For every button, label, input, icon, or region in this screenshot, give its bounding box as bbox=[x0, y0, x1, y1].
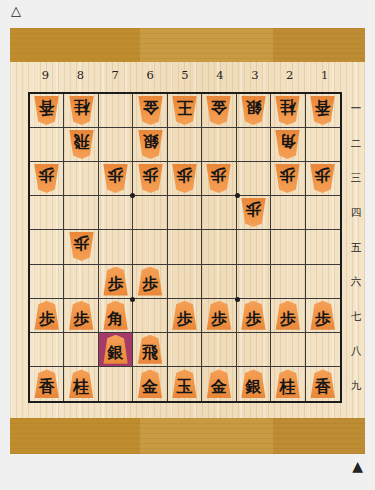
board-cell-7-2[interactable] bbox=[99, 128, 133, 162]
file-label-7: 7 bbox=[98, 68, 133, 82]
gote-gold[interactable]: 金 bbox=[137, 96, 164, 125]
board-cell-1-7[interactable]: 歩 bbox=[306, 299, 340, 333]
board-cell-3-4[interactable]: 歩 bbox=[237, 196, 271, 230]
sente-silver[interactable]: 銀 bbox=[102, 335, 129, 364]
board-cell-9-6[interactable] bbox=[30, 265, 64, 299]
gote-knight[interactable]: 桂 bbox=[68, 96, 95, 125]
gote-pawn[interactable]: 歩 bbox=[33, 164, 60, 193]
board-cell-5-5[interactable] bbox=[168, 230, 202, 264]
rank-labels: 一二三四五六七八九 bbox=[348, 92, 364, 403]
board-cell-8-6[interactable] bbox=[64, 265, 98, 299]
board-cell-8-8[interactable] bbox=[64, 333, 98, 367]
board-cell-2-2[interactable]: 角 bbox=[271, 128, 305, 162]
board-cell-9-9[interactable]: 香 bbox=[30, 367, 64, 401]
shogi-app: △ 987654321 香桂金王金銀桂香飛銀角歩歩歩歩歩歩歩歩歩歩歩歩歩角歩歩歩… bbox=[0, 0, 375, 490]
board-cell-2-3[interactable]: 歩 bbox=[271, 162, 305, 196]
board-cell-6-5[interactable] bbox=[133, 230, 167, 264]
board-cell-3-8[interactable] bbox=[237, 333, 271, 367]
board-cell-3-5[interactable] bbox=[237, 230, 271, 264]
board-cell-2-6[interactable] bbox=[271, 265, 305, 299]
sente-pawn[interactable]: 歩 bbox=[102, 267, 129, 296]
board-cell-3-7[interactable]: 歩 bbox=[237, 299, 271, 333]
sente-rook[interactable]: 飛 bbox=[137, 335, 164, 364]
board-cell-4-2[interactable] bbox=[202, 128, 236, 162]
file-label-4: 4 bbox=[202, 68, 237, 82]
board-cell-7-7[interactable]: 角 bbox=[99, 299, 133, 333]
rank-label-2: 二 bbox=[348, 127, 364, 162]
sente-pawn[interactable]: 歩 bbox=[274, 301, 301, 330]
board-cell-1-8[interactable] bbox=[306, 333, 340, 367]
board-cell-5-3[interactable]: 歩 bbox=[168, 162, 202, 196]
board-cell-2-1[interactable]: 桂 bbox=[271, 94, 305, 128]
sente-pawn[interactable]: 歩 bbox=[205, 301, 232, 330]
gote-pawn[interactable]: 歩 bbox=[137, 164, 164, 193]
file-label-6: 6 bbox=[133, 68, 168, 82]
sente-pawn[interactable]: 歩 bbox=[68, 301, 95, 330]
gote-lance[interactable]: 香 bbox=[33, 96, 60, 125]
file-label-3: 3 bbox=[237, 68, 272, 82]
gote-gold[interactable]: 金 bbox=[205, 96, 232, 125]
board-cell-8-9[interactable]: 桂 bbox=[64, 367, 98, 401]
sente-bishop[interactable]: 角 bbox=[102, 301, 129, 330]
board-cell-7-6[interactable]: 歩 bbox=[99, 265, 133, 299]
board-grid: 香桂金王金銀桂香飛銀角歩歩歩歩歩歩歩歩歩歩歩歩歩角歩歩歩歩歩銀飛香桂金玉金銀桂香 bbox=[28, 92, 342, 403]
gote-rook[interactable]: 飛 bbox=[68, 130, 95, 159]
board-cell-9-2[interactable] bbox=[30, 128, 64, 162]
sente-pawn[interactable]: 歩 bbox=[171, 301, 198, 330]
rank-label-8: 八 bbox=[348, 334, 364, 369]
board-cell-8-2[interactable]: 飛 bbox=[64, 128, 98, 162]
file-label-9: 9 bbox=[28, 68, 63, 82]
board-cell-7-8[interactable]: 銀 bbox=[99, 333, 133, 367]
rank-label-1: 一 bbox=[348, 92, 364, 127]
board-cell-5-7[interactable]: 歩 bbox=[168, 299, 202, 333]
board-cell-6-8[interactable]: 飛 bbox=[133, 333, 167, 367]
gote-king[interactable]: 王 bbox=[171, 96, 198, 125]
gote-bishop[interactable]: 角 bbox=[274, 130, 301, 159]
board-cell-1-9[interactable]: 香 bbox=[306, 367, 340, 401]
board-cell-5-4[interactable] bbox=[168, 196, 202, 230]
board-cell-6-9[interactable]: 金 bbox=[133, 367, 167, 401]
board-cell-6-7[interactable] bbox=[133, 299, 167, 333]
star-point bbox=[130, 297, 135, 302]
board-cell-5-6[interactable] bbox=[168, 265, 202, 299]
board-cell-1-4[interactable] bbox=[306, 196, 340, 230]
gote-pawn[interactable]: 歩 bbox=[309, 164, 336, 193]
gote-turn-icon: △ bbox=[11, 4, 21, 17]
board-cell-2-8[interactable] bbox=[271, 333, 305, 367]
gote-pawn[interactable]: 歩 bbox=[274, 164, 301, 193]
board-cell-4-3[interactable]: 歩 bbox=[202, 162, 236, 196]
board-cell-1-5[interactable] bbox=[306, 230, 340, 264]
gote-silver[interactable]: 銀 bbox=[240, 96, 267, 125]
board-cell-9-3[interactable]: 歩 bbox=[30, 162, 64, 196]
board-cell-3-2[interactable] bbox=[237, 128, 271, 162]
board-cell-3-6[interactable] bbox=[237, 265, 271, 299]
board-cell-4-9[interactable]: 金 bbox=[202, 367, 236, 401]
board-cell-1-1[interactable]: 香 bbox=[306, 94, 340, 128]
file-labels: 987654321 bbox=[28, 68, 342, 82]
board-cell-3-1[interactable]: 銀 bbox=[237, 94, 271, 128]
sente-king[interactable]: 玉 bbox=[171, 369, 198, 398]
board-cell-1-2[interactable] bbox=[306, 128, 340, 162]
board-cell-6-1[interactable]: 金 bbox=[133, 94, 167, 128]
board-cell-7-4[interactable] bbox=[99, 196, 133, 230]
sente-lance[interactable]: 香 bbox=[33, 369, 60, 398]
board-cell-9-8[interactable] bbox=[30, 333, 64, 367]
board-cell-4-8[interactable] bbox=[202, 333, 236, 367]
sente-silver[interactable]: 銀 bbox=[240, 369, 267, 398]
sente-gold[interactable]: 金 bbox=[137, 369, 164, 398]
rank-label-6: 六 bbox=[348, 265, 364, 300]
board-cell-6-4[interactable] bbox=[133, 196, 167, 230]
gote-pawn[interactable]: 歩 bbox=[240, 198, 267, 227]
board-cell-8-7[interactable]: 歩 bbox=[64, 299, 98, 333]
rank-label-7: 七 bbox=[348, 299, 364, 334]
sente-pawn[interactable]: 歩 bbox=[137, 267, 164, 296]
rank-label-4: 四 bbox=[348, 196, 364, 231]
board-cell-5-2[interactable] bbox=[168, 128, 202, 162]
sente-pawn[interactable]: 歩 bbox=[240, 301, 267, 330]
gote-pawn[interactable]: 歩 bbox=[102, 164, 129, 193]
board-cell-1-6[interactable] bbox=[306, 265, 340, 299]
gote-piece-stand bbox=[10, 28, 365, 62]
board-cell-2-5[interactable] bbox=[271, 230, 305, 264]
board-cell-2-9[interactable]: 桂 bbox=[271, 367, 305, 401]
board-cell-4-5[interactable] bbox=[202, 230, 236, 264]
board-cell-4-7[interactable]: 歩 bbox=[202, 299, 236, 333]
board-cell-4-1[interactable]: 金 bbox=[202, 94, 236, 128]
board-cell-8-4[interactable] bbox=[64, 196, 98, 230]
sente-lance[interactable]: 香 bbox=[309, 369, 336, 398]
sente-gold[interactable]: 金 bbox=[205, 369, 232, 398]
board-cell-1-3[interactable]: 歩 bbox=[306, 162, 340, 196]
gote-pawn[interactable]: 歩 bbox=[171, 164, 198, 193]
board-cell-5-9[interactable]: 玉 bbox=[168, 367, 202, 401]
file-label-1: 1 bbox=[307, 68, 342, 82]
shogi-board: 987654321 香桂金王金銀桂香飛銀角歩歩歩歩歩歩歩歩歩歩歩歩歩角歩歩歩歩歩… bbox=[10, 62, 365, 418]
board-cell-6-2[interactable]: 銀 bbox=[133, 128, 167, 162]
board-cell-6-6[interactable]: 歩 bbox=[133, 265, 167, 299]
gote-lance[interactable]: 香 bbox=[309, 96, 336, 125]
board-cell-7-3[interactable]: 歩 bbox=[99, 162, 133, 196]
gote-pawn[interactable]: 歩 bbox=[68, 232, 95, 261]
sente-pawn[interactable]: 歩 bbox=[309, 301, 336, 330]
sente-piece-stand bbox=[10, 418, 365, 454]
board-cell-9-5[interactable] bbox=[30, 230, 64, 264]
board-cell-5-1[interactable]: 王 bbox=[168, 94, 202, 128]
gote-silver[interactable]: 銀 bbox=[137, 130, 164, 159]
sente-knight[interactable]: 桂 bbox=[68, 369, 95, 398]
rank-label-3: 三 bbox=[348, 161, 364, 196]
board-cell-3-3[interactable] bbox=[237, 162, 271, 196]
board-cell-9-4[interactable] bbox=[30, 196, 64, 230]
board-cell-3-9[interactable]: 銀 bbox=[237, 367, 271, 401]
gote-pawn[interactable]: 歩 bbox=[205, 164, 232, 193]
gote-knight[interactable]: 桂 bbox=[274, 96, 301, 125]
rank-label-5: 五 bbox=[348, 230, 364, 265]
board-cell-7-5[interactable] bbox=[99, 230, 133, 264]
board-cell-8-5[interactable]: 歩 bbox=[64, 230, 98, 264]
board-cell-4-4[interactable] bbox=[202, 196, 236, 230]
file-label-2: 2 bbox=[272, 68, 307, 82]
sente-turn-icon: ▲ bbox=[352, 459, 363, 473]
board-cell-2-4[interactable] bbox=[271, 196, 305, 230]
board-cell-7-9[interactable] bbox=[99, 367, 133, 401]
board-cell-9-1[interactable]: 香 bbox=[30, 94, 64, 128]
sente-knight[interactable]: 桂 bbox=[274, 369, 301, 398]
board-cell-9-7[interactable]: 歩 bbox=[30, 299, 64, 333]
board-cell-5-8[interactable] bbox=[168, 333, 202, 367]
board-cell-6-3[interactable]: 歩 bbox=[133, 162, 167, 196]
file-label-5: 5 bbox=[168, 68, 203, 82]
rank-label-9: 九 bbox=[348, 369, 364, 404]
board-cell-2-7[interactable]: 歩 bbox=[271, 299, 305, 333]
board-cell-8-3[interactable] bbox=[64, 162, 98, 196]
board-cell-7-1[interactable] bbox=[99, 94, 133, 128]
board-cell-8-1[interactable]: 桂 bbox=[64, 94, 98, 128]
star-point bbox=[235, 297, 240, 302]
file-label-8: 8 bbox=[63, 68, 98, 82]
sente-pawn[interactable]: 歩 bbox=[33, 301, 60, 330]
board-cell-4-6[interactable] bbox=[202, 265, 236, 299]
